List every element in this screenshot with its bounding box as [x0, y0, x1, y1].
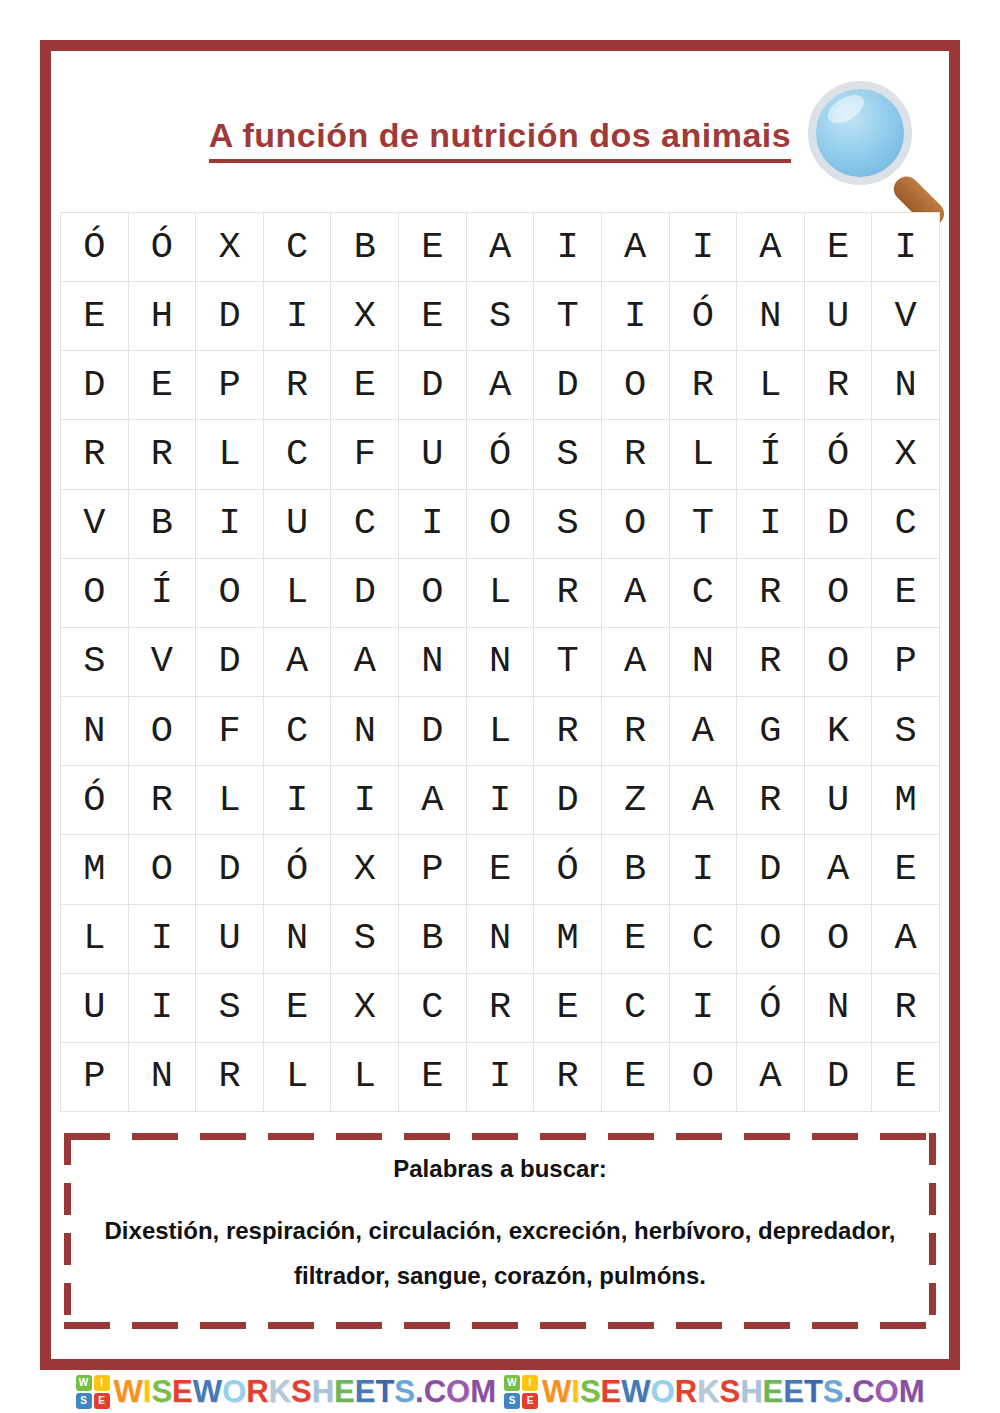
grid-cell-r1c9[interactable]: A	[602, 213, 669, 281]
grid-cell-r3c4[interactable]: R	[264, 351, 331, 419]
grid-cell-r5c12[interactable]: D	[805, 490, 872, 558]
grid-cell-r3c10[interactable]: R	[670, 351, 737, 419]
magnifier-lens-highlight	[823, 89, 869, 129]
grid-cell-r5c9[interactable]: O	[602, 490, 669, 558]
grid-letter: Ó	[759, 989, 781, 1026]
grid-cell-r12c7[interactable]: R	[467, 974, 534, 1042]
grid-cell-r3c8[interactable]: D	[534, 351, 601, 419]
footer-letter: S	[823, 1376, 844, 1407]
grid-cell-r11c6[interactable]: B	[399, 905, 466, 973]
grid-cell-r6c4[interactable]: L	[264, 559, 331, 627]
grid-cell-r1c1[interactable]: Ó	[61, 213, 128, 281]
grid-cell-r8c13[interactable]: S	[872, 697, 939, 765]
grid-letter: D	[557, 782, 579, 819]
grid-cell-r4c4[interactable]: C	[264, 420, 331, 488]
grid-cell-r12c4[interactable]: E	[264, 974, 331, 1042]
grid-letter: Ó	[489, 436, 511, 473]
grid-letter: D	[827, 505, 849, 542]
grid-letter: D	[218, 643, 240, 680]
footer-letter: S	[580, 1376, 601, 1407]
footer-letter: T	[804, 1376, 823, 1407]
footer-letter: .	[415, 1376, 424, 1407]
grid-cell-r5c10[interactable]: T	[670, 490, 737, 558]
footer-letter: E	[172, 1376, 193, 1407]
grid-cell-r13c5[interactable]: L	[331, 1043, 398, 1111]
grid-cell-r7c11[interactable]: R	[737, 628, 804, 696]
grid-letter: Ó	[151, 229, 173, 266]
grid-letter: S	[557, 505, 579, 542]
grid-cell-r2c11[interactable]: N	[737, 282, 804, 350]
grid-letter: C	[692, 574, 714, 611]
logo-tile-i: I	[522, 1375, 538, 1391]
footer-letter: C	[424, 1376, 446, 1407]
grid-letter: Ó	[827, 436, 849, 473]
grid-letter: R	[557, 713, 579, 750]
grid-cell-r6c7[interactable]: L	[467, 559, 534, 627]
grid-cell-r8c5[interactable]: N	[331, 697, 398, 765]
grid-letter: D	[421, 713, 443, 750]
grid-cell-r6c3[interactable]: O	[196, 559, 263, 627]
grid-cell-r8c2[interactable]: O	[129, 697, 196, 765]
grid-cell-r3c11[interactable]: L	[737, 351, 804, 419]
grid-cell-r7c12[interactable]: O	[805, 628, 872, 696]
grid-cell-r4c13[interactable]: X	[872, 420, 939, 488]
grid-letter: R	[759, 643, 781, 680]
grid-letter: E	[83, 298, 105, 335]
grid-cell-r10c13[interactable]: E	[872, 835, 939, 903]
grid-cell-r5c13[interactable]: C	[872, 490, 939, 558]
grid-letter: R	[624, 713, 646, 750]
grid-cell-r2c7[interactable]: S	[467, 282, 534, 350]
footer-letter: E	[783, 1376, 804, 1407]
grid-letter: R	[759, 574, 781, 611]
grid-cell-r11c2[interactable]: I	[129, 905, 196, 973]
grid-cell-r11c8[interactable]: M	[534, 905, 601, 973]
grid-cell-r13c8[interactable]: R	[534, 1043, 601, 1111]
grid-letter: K	[827, 713, 849, 750]
grid-letter: C	[286, 436, 308, 473]
grid-letter: I	[354, 782, 376, 819]
grid-cell-r12c5[interactable]: X	[331, 974, 398, 1042]
grid-cell-r7c3[interactable]: D	[196, 628, 263, 696]
grid-letter: A	[489, 229, 511, 266]
grid-cell-r8c8[interactable]: R	[534, 697, 601, 765]
grid-cell-r7c2[interactable]: V	[129, 628, 196, 696]
grid-cell-r10c9[interactable]: B	[602, 835, 669, 903]
grid-cell-r3c5[interactable]: E	[331, 351, 398, 419]
grid-cell-r9c1[interactable]: Ó	[61, 766, 128, 834]
grid-cell-r2c2[interactable]: H	[129, 282, 196, 350]
grid-letter: C	[286, 713, 308, 750]
footer-letter: M	[899, 1376, 925, 1407]
grid-letter: I	[557, 229, 579, 266]
grid-letter: E	[557, 989, 579, 1026]
grid-letter: A	[489, 367, 511, 404]
grid-letter: E	[489, 851, 511, 888]
grid-cell-r4c5[interactable]: F	[331, 420, 398, 488]
grid-letter: O	[218, 574, 240, 611]
grid-letter: X	[218, 229, 240, 266]
grid-cell-r9c2[interactable]: R	[129, 766, 196, 834]
grid-cell-r1c4[interactable]: C	[264, 213, 331, 281]
grid-cell-r9c8[interactable]: D	[534, 766, 601, 834]
grid-cell-r12c12[interactable]: N	[805, 974, 872, 1042]
grid-cell-r3c6[interactable]: D	[399, 351, 466, 419]
grid-letter: E	[827, 229, 849, 266]
grid-cell-r5c3[interactable]: I	[196, 490, 263, 558]
grid-cell-r5c4[interactable]: U	[264, 490, 331, 558]
grid-cell-r3c3[interactable]: P	[196, 351, 263, 419]
grid-letter: U	[827, 298, 849, 335]
grid-letter: E	[624, 1058, 646, 1095]
grid-letter: B	[151, 505, 173, 542]
grid-letter: N	[489, 643, 511, 680]
grid-letter: F	[218, 713, 240, 750]
grid-cell-r4c7[interactable]: Ó	[467, 420, 534, 488]
grid-cell-r6c1[interactable]: O	[61, 559, 128, 627]
grid-letter: A	[827, 851, 849, 888]
grid-cell-r6c10[interactable]: C	[670, 559, 737, 627]
grid-letter: L	[286, 1058, 308, 1095]
grid-letter: E	[895, 851, 917, 888]
grid-cell-r5c2[interactable]: B	[129, 490, 196, 558]
grid-cell-r8c11[interactable]: G	[737, 697, 804, 765]
grid-cell-r10c1[interactable]: M	[61, 835, 128, 903]
grid-letter: A	[354, 643, 376, 680]
grid-letter: S	[489, 298, 511, 335]
grid-letter: O	[827, 643, 849, 680]
grid-letter: M	[895, 782, 917, 819]
grid-letter: R	[286, 367, 308, 404]
grid-cell-r13c11[interactable]: A	[737, 1043, 804, 1111]
grid-letter: S	[83, 643, 105, 680]
grid-cell-r9c5[interactable]: I	[331, 766, 398, 834]
grid-cell-r8c12[interactable]: K	[805, 697, 872, 765]
grid-cell-r2c3[interactable]: D	[196, 282, 263, 350]
grid-cell-r12c6[interactable]: C	[399, 974, 466, 1042]
grid-cell-r10c11[interactable]: D	[737, 835, 804, 903]
grid-cell-r10c5[interactable]: X	[331, 835, 398, 903]
grid-cell-r10c10[interactable]: I	[670, 835, 737, 903]
grid-cell-r11c3[interactable]: U	[196, 905, 263, 973]
grid-letter: D	[218, 851, 240, 888]
grid-cell-r1c12[interactable]: E	[805, 213, 872, 281]
grid-cell-r6c2[interactable]: Í	[129, 559, 196, 627]
footer-letter: I	[571, 1376, 580, 1407]
grid-letter: H	[151, 298, 173, 335]
grid-cell-r12c10[interactable]: I	[670, 974, 737, 1042]
grid-cell-r5c5[interactable]: C	[331, 490, 398, 558]
grid-letter: I	[692, 989, 714, 1026]
grid-cell-r1c5[interactable]: B	[331, 213, 398, 281]
grid-cell-r4c9[interactable]: R	[602, 420, 669, 488]
grid-letter: R	[218, 1058, 240, 1095]
grid-cell-r10c2[interactable]: O	[129, 835, 196, 903]
footer-letter: S	[151, 1376, 172, 1407]
grid-cell-r11c11[interactable]: O	[737, 905, 804, 973]
grid-cell-r3c9[interactable]: O	[602, 351, 669, 419]
grid-letter: N	[286, 920, 308, 957]
grid-letter: N	[759, 298, 781, 335]
grid-cell-r3c1[interactable]: D	[61, 351, 128, 419]
grid-cell-r6c8[interactable]: R	[534, 559, 601, 627]
grid-cell-r13c7[interactable]: I	[467, 1043, 534, 1111]
grid-letter: E	[421, 1058, 443, 1095]
grid-cell-r1c2[interactable]: Ó	[129, 213, 196, 281]
grid-letter: C	[692, 920, 714, 957]
grid-cell-r13c13[interactable]: E	[872, 1043, 939, 1111]
grid-cell-r2c4[interactable]: I	[264, 282, 331, 350]
grid-cell-r6c11[interactable]: R	[737, 559, 804, 627]
grid-cell-r9c9[interactable]: Z	[602, 766, 669, 834]
grid-letter: A	[286, 643, 308, 680]
grid-cell-r9c11[interactable]: R	[737, 766, 804, 834]
grid-cell-r3c7[interactable]: A	[467, 351, 534, 419]
grid-letter: R	[895, 989, 917, 1026]
grid-cell-r11c1[interactable]: L	[61, 905, 128, 973]
grid-cell-r10c4[interactable]: Ó	[264, 835, 331, 903]
grid-cell-r11c7[interactable]: N	[467, 905, 534, 973]
grid-letter: E	[421, 229, 443, 266]
grid-cell-r7c6[interactable]: N	[399, 628, 466, 696]
grid-letter: Ó	[286, 851, 308, 888]
grid-cell-r3c2[interactable]: E	[129, 351, 196, 419]
grid-cell-r5c7[interactable]: O	[467, 490, 534, 558]
grid-cell-r12c2[interactable]: I	[129, 974, 196, 1042]
grid-letter: C	[286, 229, 308, 266]
wise-logo-icon: WISE	[76, 1375, 110, 1409]
grid-cell-r9c10[interactable]: A	[670, 766, 737, 834]
grid-letter: N	[83, 713, 105, 750]
grid-cell-r10c3[interactable]: D	[196, 835, 263, 903]
grid-cell-r8c3[interactable]: F	[196, 697, 263, 765]
grid-cell-r4c2[interactable]: R	[129, 420, 196, 488]
grid-cell-r13c4[interactable]: L	[264, 1043, 331, 1111]
grid-cell-r4c6[interactable]: U	[399, 420, 466, 488]
grid-cell-r1c10[interactable]: I	[670, 213, 737, 281]
grid-letter: U	[827, 782, 849, 819]
grid-cell-r11c10[interactable]: C	[670, 905, 737, 973]
grid-letter: A	[692, 782, 714, 819]
grid-letter: B	[354, 229, 376, 266]
grid-letter: O	[759, 920, 781, 957]
grid-cell-r4c3[interactable]: L	[196, 420, 263, 488]
grid-cell-r9c3[interactable]: L	[196, 766, 263, 834]
footer-letter: K	[269, 1376, 291, 1407]
grid-letter: R	[151, 436, 173, 473]
grid-cell-r12c8[interactable]: E	[534, 974, 601, 1042]
grid-cell-r4c8[interactable]: S	[534, 420, 601, 488]
grid-cell-r2c6[interactable]: E	[399, 282, 466, 350]
grid-cell-r13c2[interactable]: N	[129, 1043, 196, 1111]
grid-cell-r11c9[interactable]: E	[602, 905, 669, 973]
grid-letter: L	[759, 367, 781, 404]
footer-letter: E	[601, 1376, 622, 1407]
grid-cell-r12c9[interactable]: C	[602, 974, 669, 1042]
grid-cell-r13c1[interactable]: P	[61, 1043, 128, 1111]
grid-letter: U	[286, 505, 308, 542]
grid-cell-r13c9[interactable]: E	[602, 1043, 669, 1111]
grid-cell-r12c3[interactable]: S	[196, 974, 263, 1042]
grid-letter: O	[624, 367, 646, 404]
grid-cell-r1c8[interactable]: I	[534, 213, 601, 281]
grid-letter: D	[827, 1058, 849, 1095]
grid-cell-r11c5[interactable]: S	[331, 905, 398, 973]
grid-cell-r1c3[interactable]: X	[196, 213, 263, 281]
grid-cell-r2c8[interactable]: T	[534, 282, 601, 350]
grid-cell-r7c10[interactable]: N	[670, 628, 737, 696]
grid-cell-r1c7[interactable]: A	[467, 213, 534, 281]
grid-letter: V	[895, 298, 917, 335]
grid-letter: G	[759, 713, 781, 750]
footer-letter: O	[446, 1376, 470, 1407]
grid-letter: D	[83, 367, 105, 404]
grid-cell-r8c9[interactable]: R	[602, 697, 669, 765]
grid-cell-r7c8[interactable]: T	[534, 628, 601, 696]
grid-cell-r7c5[interactable]: A	[331, 628, 398, 696]
grid-letter: C	[624, 989, 646, 1026]
logo-tile-s: S	[76, 1393, 92, 1409]
grid-cell-r5c11[interactable]: I	[737, 490, 804, 558]
grid-letter: Z	[624, 782, 646, 819]
grid-letter: I	[286, 782, 308, 819]
grid-letter: V	[83, 505, 105, 542]
footer-letter: W	[542, 1376, 571, 1407]
grid-letter: D	[557, 367, 579, 404]
grid-cell-r11c12[interactable]: O	[805, 905, 872, 973]
grid-cell-r7c13[interactable]: P	[872, 628, 939, 696]
footer-letter: M	[470, 1376, 496, 1407]
grid-cell-r8c4[interactable]: C	[264, 697, 331, 765]
grid-cell-r4c11[interactable]: Í	[737, 420, 804, 488]
grid-letter: I	[151, 989, 173, 1026]
grid-letter: X	[354, 851, 376, 888]
footer-letter: S	[394, 1376, 415, 1407]
grid-cell-r1c6[interactable]: E	[399, 213, 466, 281]
grid-letter: S	[354, 920, 376, 957]
grid-cell-r4c12[interactable]: Ó	[805, 420, 872, 488]
grid-cell-r7c1[interactable]: S	[61, 628, 128, 696]
footer-letter: R	[246, 1376, 268, 1407]
grid-cell-r6c9[interactable]: A	[602, 559, 669, 627]
grid-letter: P	[218, 367, 240, 404]
grid-cell-r7c7[interactable]: N	[467, 628, 534, 696]
grid-cell-r10c6[interactable]: P	[399, 835, 466, 903]
grid-cell-r3c12[interactable]: R	[805, 351, 872, 419]
footer-letter: I	[143, 1376, 152, 1407]
grid-cell-r5c1[interactable]: V	[61, 490, 128, 558]
worksheet-title-text: A función de nutrición dos animais	[209, 116, 791, 163]
grid-cell-r7c4[interactable]: A	[264, 628, 331, 696]
grid-cell-r4c10[interactable]: L	[670, 420, 737, 488]
grid-cell-r5c6[interactable]: I	[399, 490, 466, 558]
grid-letter: A	[895, 920, 917, 957]
grid-cell-r6c13[interactable]: E	[872, 559, 939, 627]
grid-letter: O	[151, 851, 173, 888]
grid-cell-r2c12[interactable]: U	[805, 282, 872, 350]
grid-cell-r10c8[interactable]: Ó	[534, 835, 601, 903]
grid-cell-r2c5[interactable]: X	[331, 282, 398, 350]
grid-cell-r8c10[interactable]: A	[670, 697, 737, 765]
grid-letter: U	[421, 436, 443, 473]
grid-letter: I	[286, 298, 308, 335]
grid-letter: R	[624, 436, 646, 473]
footer-letter: E	[763, 1376, 784, 1407]
grid-letter: A	[624, 229, 646, 266]
grid-cell-r13c6[interactable]: E	[399, 1043, 466, 1111]
grid-cell-r9c12[interactable]: U	[805, 766, 872, 834]
grid-cell-r10c12[interactable]: A	[805, 835, 872, 903]
grid-cell-r1c13[interactable]: I	[872, 213, 939, 281]
grid-letter: I	[692, 851, 714, 888]
grid-cell-r1c11[interactable]: A	[737, 213, 804, 281]
logo-tile-s: S	[504, 1393, 520, 1409]
grid-cell-r9c6[interactable]: A	[399, 766, 466, 834]
grid-cell-r8c1[interactable]: N	[61, 697, 128, 765]
grid-cell-r12c11[interactable]: Ó	[737, 974, 804, 1042]
grid-cell-r4c1[interactable]: R	[61, 420, 128, 488]
grid-cell-r12c13[interactable]: R	[872, 974, 939, 1042]
grid-cell-r9c13[interactable]: M	[872, 766, 939, 834]
grid-letter: U	[83, 989, 105, 1026]
grid-cell-r9c7[interactable]: I	[467, 766, 534, 834]
grid-letter: I	[489, 1058, 511, 1095]
grid-cell-r2c13[interactable]: V	[872, 282, 939, 350]
grid-letter: M	[557, 920, 579, 957]
footer-letter: W	[114, 1376, 143, 1407]
grid-cell-r10c7[interactable]: E	[467, 835, 534, 903]
grid-letter: B	[624, 851, 646, 888]
logo-tile-w: W	[504, 1375, 520, 1391]
grid-cell-r11c4[interactable]: N	[264, 905, 331, 973]
grid-cell-r8c7[interactable]: L	[467, 697, 534, 765]
grid-letter: O	[421, 574, 443, 611]
grid-letter: U	[218, 920, 240, 957]
grid-cell-r13c3[interactable]: R	[196, 1043, 263, 1111]
grid-letter: B	[421, 920, 443, 957]
grid-cell-r6c5[interactable]: D	[331, 559, 398, 627]
grid-cell-r13c10[interactable]: O	[670, 1043, 737, 1111]
grid-cell-r6c6[interactable]: O	[399, 559, 466, 627]
grid-cell-r8c6[interactable]: D	[399, 697, 466, 765]
grid-letter: P	[895, 643, 917, 680]
grid-cell-r11c13[interactable]: A	[872, 905, 939, 973]
grid-letter: M	[83, 851, 105, 888]
grid-letter: Ó	[692, 298, 714, 335]
grid-letter: A	[624, 643, 646, 680]
grid-letter: N	[354, 713, 376, 750]
grid-letter: A	[421, 782, 443, 819]
grid-cell-r5c8[interactable]: S	[534, 490, 601, 558]
grid-letter: C	[354, 505, 376, 542]
grid-cell-r7c9[interactable]: A	[602, 628, 669, 696]
grid-letter: Í	[759, 436, 781, 473]
grid-letter: D	[354, 574, 376, 611]
grid-letter: C	[421, 989, 443, 1026]
footer-letter: .	[844, 1376, 853, 1407]
word-list-line-2: filtrador, sangue, corazón, pulmóns.	[64, 1262, 936, 1290]
grid-cell-r6c12[interactable]: O	[805, 559, 872, 627]
grid-cell-r9c4[interactable]: I	[264, 766, 331, 834]
grid-cell-r13c12[interactable]: D	[805, 1043, 872, 1111]
grid-cell-r2c1[interactable]: E	[61, 282, 128, 350]
grid-letter: E	[895, 1058, 917, 1095]
grid-cell-r3c13[interactable]: N	[872, 351, 939, 419]
footer-letter: H	[312, 1376, 334, 1407]
grid-cell-r2c9[interactable]: I	[602, 282, 669, 350]
grid-cell-r2c10[interactable]: Ó	[670, 282, 737, 350]
grid-cell-r12c1[interactable]: U	[61, 974, 128, 1042]
